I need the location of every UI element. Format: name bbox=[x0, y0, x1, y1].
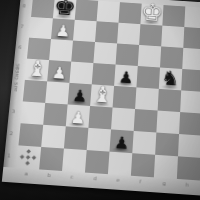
square-a8[interactable] bbox=[31, 0, 55, 18]
square-h4[interactable] bbox=[180, 90, 200, 113]
square-e6[interactable] bbox=[116, 43, 140, 66]
square-d3[interactable] bbox=[88, 106, 112, 129]
square-a4[interactable] bbox=[23, 80, 47, 103]
square-e1[interactable] bbox=[108, 152, 132, 176]
square-d2[interactable] bbox=[87, 128, 111, 152]
white-bishop-icon: ♝ bbox=[25, 58, 49, 81]
rank-label-6: 6 bbox=[18, 45, 22, 50]
black-pawn-icon: ♟ bbox=[110, 134, 134, 152]
square-g3[interactable] bbox=[156, 111, 180, 135]
file-label-a: a bbox=[24, 171, 28, 176]
square-f7[interactable] bbox=[139, 24, 162, 46]
rank-label-7: 7 bbox=[20, 24, 23, 29]
white-pawn-icon: ♟ bbox=[66, 109, 90, 127]
square-h5[interactable] bbox=[181, 69, 200, 92]
square-e3[interactable] bbox=[111, 107, 135, 130]
chessboard-photo: US CHESS ◆◆◆◆◆ abcdefgh12345678♚♚♟♝♟♟♞♟♝… bbox=[0, 0, 200, 200]
piece-white-bishop-a5[interactable]: ♝ bbox=[25, 59, 49, 82]
square-e4[interactable] bbox=[113, 86, 137, 109]
square-g1[interactable] bbox=[154, 155, 178, 179]
piece-black-pawn-e5[interactable]: ♟ bbox=[114, 65, 138, 88]
piece-white-pawn-c3[interactable]: ♟ bbox=[66, 104, 90, 127]
file-label-f: f bbox=[139, 179, 141, 184]
piece-white-bishop-d4[interactable]: ♝ bbox=[90, 84, 114, 107]
square-f2[interactable] bbox=[132, 131, 156, 155]
piece-white-pawn-b7[interactable]: ♟ bbox=[51, 18, 75, 40]
square-h2[interactable] bbox=[178, 134, 200, 158]
file-label-g: g bbox=[162, 181, 165, 186]
square-f5[interactable] bbox=[136, 66, 160, 89]
rank-label-8: 8 bbox=[22, 4, 25, 9]
square-h6[interactable] bbox=[182, 48, 200, 71]
black-pawn-icon: ♟ bbox=[114, 69, 137, 86]
piece-black-king-b8[interactable]: ♚ bbox=[53, 0, 77, 20]
board-logo-ornament: ◆◆◆◆◆ bbox=[16, 145, 41, 169]
piece-white-pawn-b5[interactable]: ♟ bbox=[47, 60, 71, 83]
piece-black-pawn-e2[interactable]: ♟ bbox=[109, 129, 133, 153]
square-a3[interactable] bbox=[21, 101, 46, 124]
square-d8[interactable] bbox=[97, 1, 120, 23]
square-b4[interactable] bbox=[45, 81, 69, 104]
piece-black-pawn-c4[interactable]: ♟ bbox=[68, 83, 92, 106]
file-label-c: c bbox=[70, 175, 73, 180]
square-h8[interactable] bbox=[184, 6, 200, 28]
black-knight-icon: ♞ bbox=[159, 68, 182, 89]
rank-label-1: 1 bbox=[7, 153, 11, 158]
square-d7[interactable] bbox=[95, 21, 118, 43]
square-h1[interactable] bbox=[177, 156, 200, 180]
square-a2[interactable] bbox=[18, 123, 43, 147]
square-g8[interactable] bbox=[162, 5, 185, 27]
square-c7[interactable] bbox=[73, 20, 97, 42]
rank-label-3: 3 bbox=[12, 109, 16, 114]
square-g2[interactable] bbox=[155, 132, 179, 156]
square-h3[interactable] bbox=[179, 112, 200, 136]
chess-board[interactable]: US CHESS ◆◆◆◆◆ abcdefgh12345678♚♚♟♝♟♟♞♟♝… bbox=[2, 0, 200, 196]
black-king-icon: ♚ bbox=[53, 0, 77, 19]
rank-label-4: 4 bbox=[14, 88, 18, 93]
white-pawn-icon: ♟ bbox=[51, 23, 74, 40]
square-f4[interactable] bbox=[135, 87, 159, 110]
rank-label-5: 5 bbox=[16, 66, 20, 71]
white-pawn-icon: ♟ bbox=[47, 65, 71, 82]
piece-white-king-f8[interactable]: ♚ bbox=[140, 4, 163, 26]
square-f3[interactable] bbox=[134, 109, 158, 132]
square-g7[interactable] bbox=[161, 26, 184, 48]
square-g4[interactable] bbox=[158, 89, 182, 112]
square-a7[interactable] bbox=[29, 17, 53, 39]
white-king-icon: ♚ bbox=[140, 0, 163, 25]
square-b1[interactable] bbox=[39, 147, 64, 171]
black-pawn-icon: ♟ bbox=[68, 88, 92, 105]
file-label-d: d bbox=[93, 176, 97, 181]
square-c1[interactable] bbox=[62, 148, 87, 172]
file-label-e: e bbox=[116, 178, 119, 183]
board-frame: US CHESS ◆◆◆◆◆ abcdefgh12345678♚♚♟♝♟♟♞♟♝… bbox=[2, 0, 200, 196]
square-f6[interactable] bbox=[138, 45, 161, 68]
square-f1[interactable] bbox=[131, 153, 155, 177]
square-h7[interactable] bbox=[183, 27, 200, 49]
rank-label-2: 2 bbox=[9, 131, 13, 136]
white-bishop-icon: ♝ bbox=[90, 83, 114, 106]
square-c2[interactable] bbox=[64, 126, 88, 150]
square-c8[interactable] bbox=[75, 0, 98, 21]
square-b3[interactable] bbox=[43, 103, 67, 126]
file-label-b: b bbox=[47, 173, 51, 178]
square-e8[interactable] bbox=[119, 2, 142, 24]
file-label-h: h bbox=[186, 183, 189, 188]
square-c6[interactable] bbox=[71, 41, 95, 63]
square-b6[interactable] bbox=[49, 39, 73, 61]
square-g6[interactable] bbox=[160, 46, 183, 69]
square-c5[interactable] bbox=[69, 62, 93, 85]
piece-black-knight-g5[interactable]: ♞ bbox=[159, 67, 182, 90]
square-d6[interactable] bbox=[93, 42, 117, 65]
square-d1[interactable] bbox=[85, 150, 110, 174]
square-a1[interactable]: ◆◆◆◆◆ bbox=[16, 145, 41, 169]
square-e7[interactable] bbox=[117, 23, 140, 45]
square-b2[interactable] bbox=[41, 125, 66, 149]
